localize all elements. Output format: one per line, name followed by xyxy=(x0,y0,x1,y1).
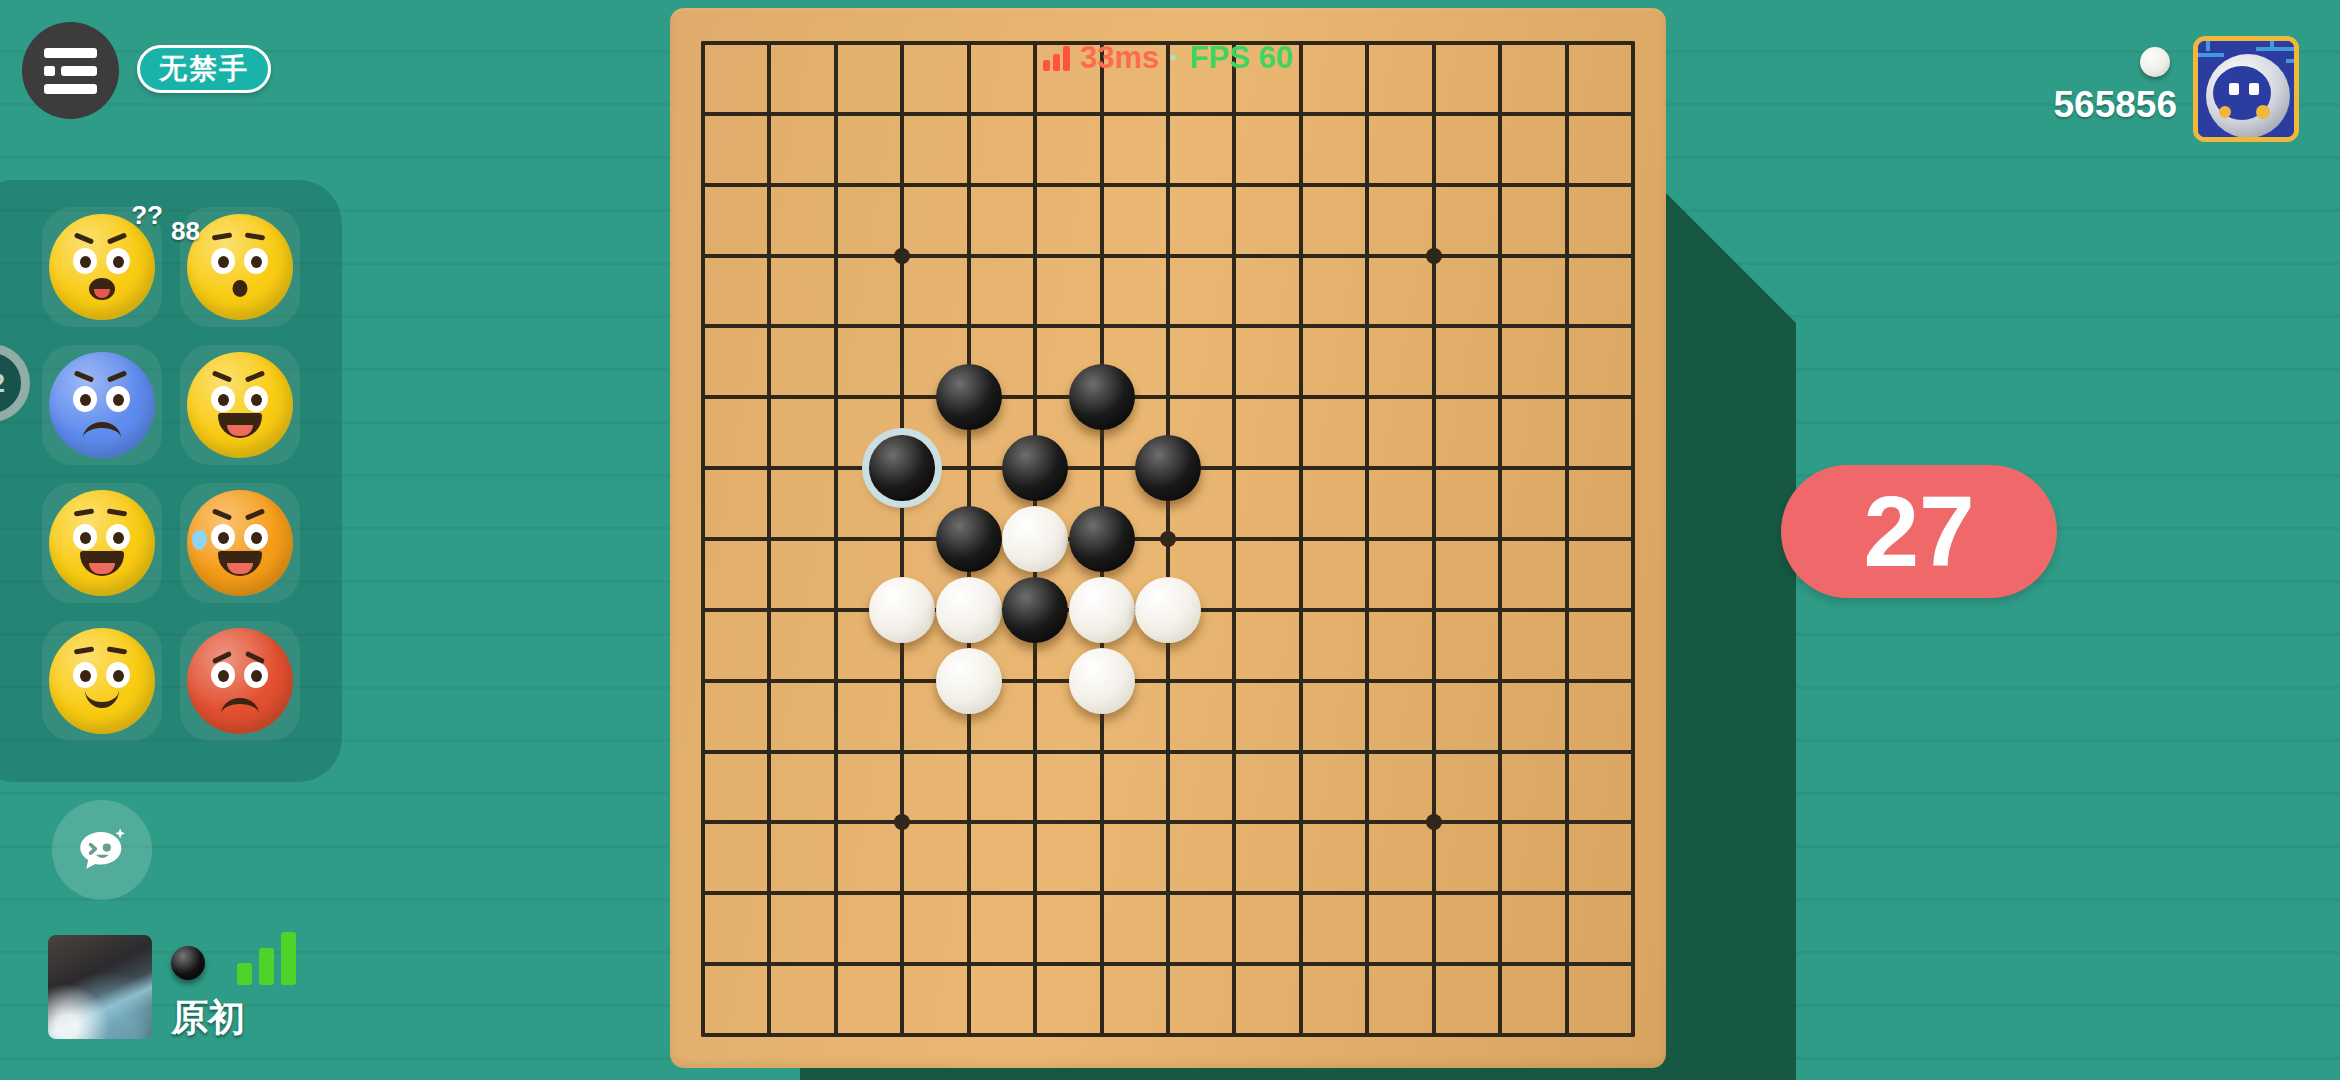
black-stone xyxy=(1069,506,1135,572)
chat-button[interactable] xyxy=(52,800,152,900)
emoji-face-smile xyxy=(49,628,155,734)
black-stone xyxy=(869,435,935,501)
grid-line-v xyxy=(1299,41,1303,1037)
chat-bubble-icon xyxy=(73,821,131,879)
grid-line-v xyxy=(1232,41,1236,1037)
emoji-face-sweat xyxy=(187,490,293,596)
emoji-button-giggle[interactable] xyxy=(180,345,300,465)
grid-line-h xyxy=(701,962,1635,966)
white-stone xyxy=(1069,577,1135,643)
emoji-face-bye: 88 xyxy=(187,214,293,320)
emoji-panel: ??88 xyxy=(0,180,342,782)
emoji-label: 88 xyxy=(171,216,200,247)
ping-bars-icon xyxy=(1043,46,1070,71)
rule-badge: 无禁手 xyxy=(137,45,271,93)
hamburger-icon xyxy=(44,48,97,58)
grid-line-v xyxy=(1365,41,1369,1037)
emoji-face-sad xyxy=(49,352,155,458)
menu-button[interactable] xyxy=(22,22,119,119)
grid-line-h xyxy=(701,820,1635,824)
opponent-avatar[interactable] xyxy=(2193,36,2299,142)
grid-line-v xyxy=(1631,41,1635,1037)
star-point xyxy=(1426,248,1442,264)
game-screen: 33ms · FPS 60 无禁手 ??88 22 原初 565856 xyxy=(0,0,2340,1080)
grid-line-v xyxy=(1565,41,1569,1037)
emoji-button-bye[interactable]: 88 xyxy=(180,207,300,327)
status-separator: · xyxy=(1169,40,1179,76)
player-name: 原初 xyxy=(171,993,245,1043)
grid-line-v xyxy=(1498,41,1502,1037)
player-avatar[interactable] xyxy=(48,935,152,1039)
emoji-face-confused: ?? xyxy=(49,214,155,320)
ping-value: 33ms xyxy=(1080,40,1159,76)
white-stone xyxy=(869,577,935,643)
white-stone xyxy=(936,577,1002,643)
emoji-face-cheer xyxy=(49,490,155,596)
grid-line-h xyxy=(701,1033,1635,1037)
star-point xyxy=(1160,531,1176,547)
robot-avatar-icon xyxy=(2198,41,2294,137)
emoji-button-smile[interactable] xyxy=(42,621,162,741)
grid-line-h xyxy=(701,891,1635,895)
fps-value: FPS 60 xyxy=(1190,40,1293,76)
black-stone xyxy=(936,506,1002,572)
star-point xyxy=(1426,814,1442,830)
opponent-score: 565856 xyxy=(2054,84,2177,126)
grid-line-h xyxy=(701,750,1635,754)
black-stone xyxy=(936,364,1002,430)
star-point xyxy=(894,248,910,264)
star-point xyxy=(894,814,910,830)
performance-status: 33ms · FPS 60 xyxy=(1043,40,1293,76)
board-grid xyxy=(703,43,1633,1035)
emoji-button-sweat[interactable] xyxy=(180,483,300,603)
white-stone xyxy=(1135,577,1201,643)
emoji-tiles: ??88 xyxy=(42,207,300,741)
emoji-button-angry[interactable] xyxy=(180,621,300,741)
white-stone xyxy=(936,648,1002,714)
grid-line-v xyxy=(1432,41,1436,1037)
player-stone-black-icon xyxy=(171,946,205,980)
emoji-face-angry xyxy=(187,628,293,734)
emoji-label: ?? xyxy=(131,200,163,231)
grid-line-h xyxy=(701,679,1635,683)
black-stone xyxy=(1135,435,1201,501)
emoji-button-cheer[interactable] xyxy=(42,483,162,603)
emoji-button-sad[interactable] xyxy=(42,345,162,465)
white-stone xyxy=(1002,506,1068,572)
black-stone xyxy=(1002,577,1068,643)
white-stone xyxy=(1069,648,1135,714)
black-stone xyxy=(1002,435,1068,501)
black-stone xyxy=(1069,364,1135,430)
emoji-button-confused[interactable]: ?? xyxy=(42,207,162,327)
emoji-face-giggle xyxy=(187,352,293,458)
connection-bars xyxy=(237,931,296,985)
move-timer: 27 xyxy=(1781,465,2057,598)
gomoku-board[interactable] xyxy=(670,8,1666,1068)
opponent-stone-white-icon xyxy=(2140,47,2170,77)
